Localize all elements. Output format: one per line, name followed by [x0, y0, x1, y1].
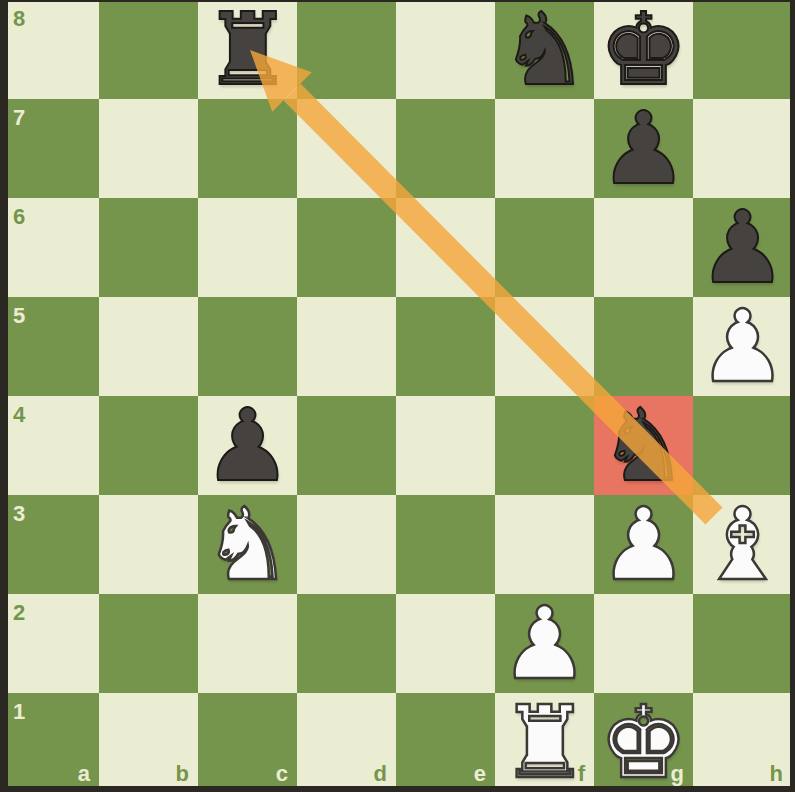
board-frame-bottom: [0, 786, 795, 792]
black-king-icon[interactable]: ♚: [594, 0, 693, 99]
square-h7[interactable]: [693, 99, 792, 198]
square-d6[interactable]: [297, 198, 396, 297]
board-frame-left: [0, 0, 8, 792]
square-h1[interactable]: h: [693, 693, 792, 792]
white-knight-icon[interactable]: ♞: [198, 495, 297, 594]
white-pawn-icon[interactable]: ♟: [693, 297, 792, 396]
file-label-g: g: [671, 763, 684, 785]
square-h2[interactable]: [693, 594, 792, 693]
square-g5[interactable]: [594, 297, 693, 396]
square-d3[interactable]: [297, 495, 396, 594]
file-label-e: e: [474, 763, 486, 785]
square-e6[interactable]: [396, 198, 495, 297]
square-h3[interactable]: ♝: [693, 495, 792, 594]
square-c3[interactable]: ♞: [198, 495, 297, 594]
board-frame-right: [790, 0, 795, 792]
square-g1[interactable]: g♚: [594, 693, 693, 792]
square-c7[interactable]: [198, 99, 297, 198]
square-g3[interactable]: ♟: [594, 495, 693, 594]
square-e3[interactable]: [396, 495, 495, 594]
square-b6[interactable]: [99, 198, 198, 297]
square-f1[interactable]: f♜: [495, 693, 594, 792]
square-c2[interactable]: [198, 594, 297, 693]
rank-label-7: 7: [13, 107, 25, 129]
square-b2[interactable]: [99, 594, 198, 693]
square-b3[interactable]: [99, 495, 198, 594]
square-f8[interactable]: ♞: [495, 0, 594, 99]
square-d2[interactable]: [297, 594, 396, 693]
black-pawn-icon[interactable]: ♟: [693, 198, 792, 297]
black-pawn-icon[interactable]: ♟: [594, 99, 693, 198]
square-h6[interactable]: ♟: [693, 198, 792, 297]
square-c4[interactable]: ♟: [198, 396, 297, 495]
square-a4[interactable]: 4: [0, 396, 99, 495]
square-a1[interactable]: 1a: [0, 693, 99, 792]
black-pawn-icon[interactable]: ♟: [198, 396, 297, 495]
file-label-b: b: [176, 763, 189, 785]
square-f4[interactable]: [495, 396, 594, 495]
square-c1[interactable]: c: [198, 693, 297, 792]
square-a2[interactable]: 2: [0, 594, 99, 693]
square-c8[interactable]: ♜: [198, 0, 297, 99]
square-a8[interactable]: 8: [0, 0, 99, 99]
chess-board: 8♜♞♚7♟6♟5♟4♟♞3♞♟♝2♟1abcdef♜g♚h: [0, 0, 792, 792]
square-c6[interactable]: [198, 198, 297, 297]
black-rook-icon[interactable]: ♜: [198, 0, 297, 99]
square-b8[interactable]: [99, 0, 198, 99]
chess-app-window: 8♜♞♚7♟6♟5♟4♟♞3♞♟♝2♟1abcdef♜g♚h: [0, 0, 795, 792]
rank-label-1: 1: [13, 701, 25, 723]
white-pawn-icon[interactable]: ♟: [594, 495, 693, 594]
square-f6[interactable]: [495, 198, 594, 297]
square-e5[interactable]: [396, 297, 495, 396]
file-label-d: d: [374, 763, 387, 785]
square-d7[interactable]: [297, 99, 396, 198]
file-label-f: f: [578, 763, 585, 785]
square-e7[interactable]: [396, 99, 495, 198]
square-d4[interactable]: [297, 396, 396, 495]
square-a6[interactable]: 6: [0, 198, 99, 297]
file-label-h: h: [770, 763, 783, 785]
rank-label-3: 3: [13, 503, 25, 525]
square-f2[interactable]: ♟: [495, 594, 594, 693]
square-b5[interactable]: [99, 297, 198, 396]
rank-label-6: 6: [13, 206, 25, 228]
rank-label-2: 2: [13, 602, 25, 624]
square-d8[interactable]: [297, 0, 396, 99]
square-e2[interactable]: [396, 594, 495, 693]
board-frame-top: [0, 0, 795, 2]
square-c5[interactable]: [198, 297, 297, 396]
square-a5[interactable]: 5: [0, 297, 99, 396]
rank-label-5: 5: [13, 305, 25, 327]
square-f3[interactable]: [495, 495, 594, 594]
rank-label-4: 4: [13, 404, 25, 426]
white-bishop-icon[interactable]: ♝: [693, 495, 792, 594]
square-b1[interactable]: b: [99, 693, 198, 792]
square-a7[interactable]: 7: [0, 99, 99, 198]
black-knight-icon[interactable]: ♞: [594, 396, 693, 495]
square-f5[interactable]: [495, 297, 594, 396]
square-h5[interactable]: ♟: [693, 297, 792, 396]
rank-label-8: 8: [13, 8, 25, 30]
square-g6[interactable]: [594, 198, 693, 297]
square-g7[interactable]: ♟: [594, 99, 693, 198]
square-d1[interactable]: d: [297, 693, 396, 792]
square-f7[interactable]: [495, 99, 594, 198]
white-pawn-icon[interactable]: ♟: [495, 594, 594, 693]
square-e1[interactable]: e: [396, 693, 495, 792]
black-knight-icon[interactable]: ♞: [495, 0, 594, 99]
square-b4[interactable]: [99, 396, 198, 495]
file-label-a: a: [78, 763, 90, 785]
square-e8[interactable]: [396, 0, 495, 99]
square-a3[interactable]: 3: [0, 495, 99, 594]
square-g2[interactable]: [594, 594, 693, 693]
square-e4[interactable]: [396, 396, 495, 495]
square-b7[interactable]: [99, 99, 198, 198]
file-label-c: c: [276, 763, 288, 785]
square-h4[interactable]: [693, 396, 792, 495]
square-g4[interactable]: ♞: [594, 396, 693, 495]
square-g8[interactable]: ♚: [594, 0, 693, 99]
square-h8[interactable]: [693, 0, 792, 99]
square-d5[interactable]: [297, 297, 396, 396]
